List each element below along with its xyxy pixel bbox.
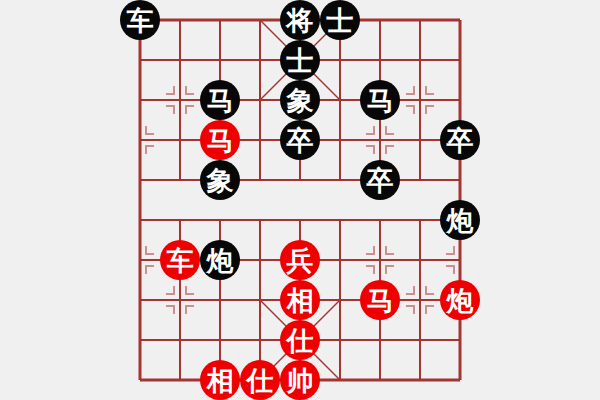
piece-red-general[interactable]: 帅 bbox=[280, 360, 320, 400]
piece-red-horse[interactable]: 马 bbox=[200, 120, 240, 160]
piece-black-general[interactable]: 将 bbox=[280, 0, 320, 40]
piece-black-advisor[interactable]: 士 bbox=[280, 40, 320, 80]
piece-red-horse[interactable]: 马 bbox=[360, 280, 400, 320]
piece-red-advisor[interactable]: 仕 bbox=[240, 360, 280, 400]
piece-red-advisor[interactable]: 仕 bbox=[280, 320, 320, 360]
piece-black-soldier[interactable]: 卒 bbox=[440, 120, 480, 160]
piece-black-advisor[interactable]: 士 bbox=[320, 0, 360, 40]
piece-red-elephant[interactable]: 相 bbox=[280, 280, 320, 320]
piece-red-chariot[interactable]: 车 bbox=[160, 240, 200, 280]
piece-black-horse[interactable]: 马 bbox=[200, 80, 240, 120]
piece-black-chariot[interactable]: 车 bbox=[120, 0, 160, 40]
piece-black-soldier[interactable]: 卒 bbox=[360, 160, 400, 200]
piece-black-elephant[interactable]: 象 bbox=[200, 160, 240, 200]
piece-red-soldier[interactable]: 兵 bbox=[280, 240, 320, 280]
piece-black-cannon[interactable]: 炮 bbox=[200, 240, 240, 280]
xiangqi-board: 车将士士马象马马卒卒象卒炮车炮兵相马炮仕相仕帅 bbox=[0, 0, 600, 400]
piece-red-elephant[interactable]: 相 bbox=[200, 360, 240, 400]
piece-black-elephant[interactable]: 象 bbox=[280, 80, 320, 120]
pieces-layer: 车将士士马象马马卒卒象卒炮车炮兵相马炮仕相仕帅 bbox=[120, 0, 480, 400]
piece-red-cannon[interactable]: 炮 bbox=[440, 280, 480, 320]
piece-black-soldier[interactable]: 卒 bbox=[280, 120, 320, 160]
piece-black-cannon[interactable]: 炮 bbox=[440, 200, 480, 240]
piece-black-horse[interactable]: 马 bbox=[360, 80, 400, 120]
